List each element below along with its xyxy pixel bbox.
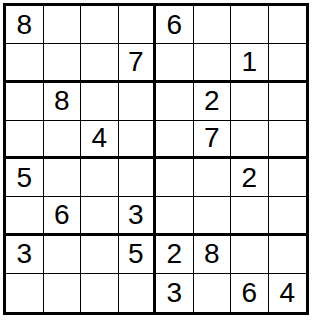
sudoku-cell-r8c4[interactable] bbox=[119, 274, 157, 312]
sudoku-cell-r7c4[interactable]: 5 bbox=[119, 236, 157, 274]
sudoku-cell-r1c3[interactable] bbox=[81, 6, 119, 44]
sudoku-cell-r1c5[interactable]: 6 bbox=[156, 6, 194, 44]
sudoku-cell-r1c4[interactable] bbox=[119, 6, 157, 44]
sudoku-cell-r7c6[interactable]: 8 bbox=[194, 236, 232, 274]
sudoku-cell-r6c7[interactable] bbox=[231, 197, 269, 235]
sudoku-cell-r5c4[interactable] bbox=[119, 159, 157, 197]
sudoku-cell-r8c1[interactable] bbox=[6, 274, 44, 312]
sudoku-cell-r7c8[interactable] bbox=[269, 236, 307, 274]
sudoku-cell-r3c5[interactable] bbox=[156, 83, 194, 121]
sudoku-cell-r7c1[interactable]: 3 bbox=[6, 236, 44, 274]
sudoku-cell-r2c2[interactable] bbox=[44, 44, 82, 82]
sudoku-cell-r5c5[interactable] bbox=[156, 159, 194, 197]
sudoku-cell-r5c7[interactable]: 2 bbox=[231, 159, 269, 197]
sudoku-cell-r4c4[interactable] bbox=[119, 121, 157, 159]
sudoku-cell-r5c6[interactable] bbox=[194, 159, 232, 197]
sudoku-cell-r2c5[interactable] bbox=[156, 44, 194, 82]
sudoku-cell-r7c3[interactable] bbox=[81, 236, 119, 274]
sudoku-cell-r4c5[interactable] bbox=[156, 121, 194, 159]
sudoku-cell-r2c8[interactable] bbox=[269, 44, 307, 82]
sudoku-cell-r8c2[interactable] bbox=[44, 274, 82, 312]
sudoku-cell-r1c6[interactable] bbox=[194, 6, 232, 44]
sudoku-cell-r6c2[interactable]: 6 bbox=[44, 197, 82, 235]
sudoku-cell-r4c3[interactable]: 4 bbox=[81, 121, 119, 159]
sudoku-cell-r5c2[interactable] bbox=[44, 159, 82, 197]
sudoku-cell-r8c3[interactable] bbox=[81, 274, 119, 312]
sudoku-cell-r4c8[interactable] bbox=[269, 121, 307, 159]
sudoku-cell-r5c8[interactable] bbox=[269, 159, 307, 197]
sudoku-cell-r2c6[interactable] bbox=[194, 44, 232, 82]
sudoku-cell-r3c2[interactable]: 8 bbox=[44, 83, 82, 121]
sudoku-cell-r2c7[interactable]: 1 bbox=[231, 44, 269, 82]
sudoku-cell-r3c8[interactable] bbox=[269, 83, 307, 121]
sudoku-cell-r8c5[interactable]: 3 bbox=[156, 274, 194, 312]
sudoku-cell-r8c8[interactable]: 4 bbox=[269, 274, 307, 312]
sudoku-cell-r6c4[interactable]: 3 bbox=[119, 197, 157, 235]
sudoku-cell-r1c1[interactable]: 8 bbox=[6, 6, 44, 44]
sudoku-cell-r5c3[interactable] bbox=[81, 159, 119, 197]
sudoku-cell-r6c6[interactable] bbox=[194, 197, 232, 235]
sudoku-cell-r8c7[interactable]: 6 bbox=[231, 274, 269, 312]
sudoku-cell-r6c8[interactable] bbox=[269, 197, 307, 235]
sudoku-cell-r7c5[interactable]: 2 bbox=[156, 236, 194, 274]
sudoku-cell-r6c5[interactable] bbox=[156, 197, 194, 235]
sudoku-cell-r3c4[interactable] bbox=[119, 83, 157, 121]
sudoku-cell-r5c1[interactable]: 5 bbox=[6, 159, 44, 197]
sudoku-cell-r3c7[interactable] bbox=[231, 83, 269, 121]
sudoku-page: 8671824752633528364 bbox=[0, 0, 312, 320]
sudoku-cell-r3c1[interactable] bbox=[6, 83, 44, 121]
sudoku-cell-r2c1[interactable] bbox=[6, 44, 44, 82]
sudoku-cell-r4c2[interactable] bbox=[44, 121, 82, 159]
sudoku-cell-r3c3[interactable] bbox=[81, 83, 119, 121]
sudoku-cell-r6c3[interactable] bbox=[81, 197, 119, 235]
sudoku-cell-r1c2[interactable] bbox=[44, 6, 82, 44]
sudoku-board: 8671824752633528364 bbox=[3, 3, 309, 315]
sudoku-cell-r2c3[interactable] bbox=[81, 44, 119, 82]
sudoku-cell-r1c7[interactable] bbox=[231, 6, 269, 44]
sudoku-cell-r7c7[interactable] bbox=[231, 236, 269, 274]
sudoku-cell-r8c6[interactable] bbox=[194, 274, 232, 312]
sudoku-cell-r2c4[interactable]: 7 bbox=[119, 44, 157, 82]
sudoku-cell-r7c2[interactable] bbox=[44, 236, 82, 274]
sudoku-cell-r4c6[interactable]: 7 bbox=[194, 121, 232, 159]
sudoku-cell-r4c7[interactable] bbox=[231, 121, 269, 159]
sudoku-cell-r1c8[interactable] bbox=[269, 6, 307, 44]
sudoku-cell-r4c1[interactable] bbox=[6, 121, 44, 159]
sudoku-cell-r3c6[interactable]: 2 bbox=[194, 83, 232, 121]
sudoku-cell-r6c1[interactable] bbox=[6, 197, 44, 235]
